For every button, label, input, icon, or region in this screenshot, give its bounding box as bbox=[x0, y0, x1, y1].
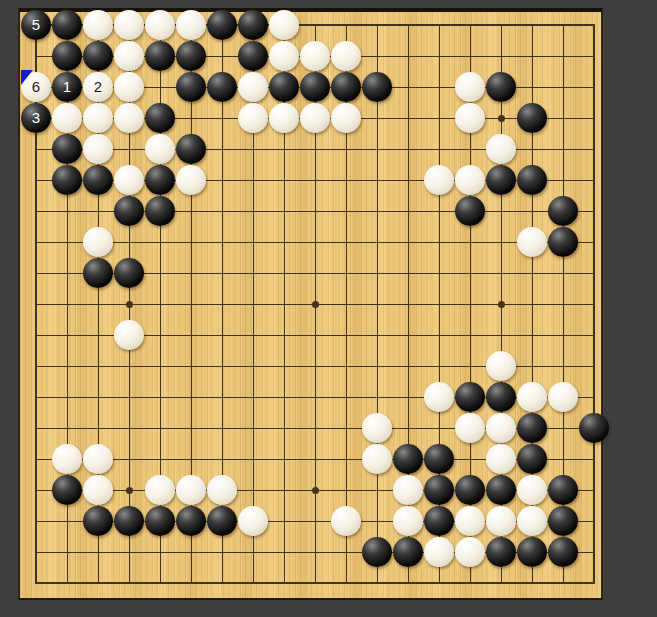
stone-white bbox=[238, 103, 268, 133]
stone-black bbox=[114, 506, 144, 536]
stone-white bbox=[393, 475, 423, 505]
stone-black bbox=[207, 10, 237, 40]
stone-white bbox=[486, 351, 516, 381]
stone-white bbox=[548, 382, 578, 412]
stone-black bbox=[207, 506, 237, 536]
stone-black bbox=[176, 134, 206, 164]
stone-black bbox=[145, 506, 175, 536]
stone-white bbox=[455, 506, 485, 536]
stone-black bbox=[548, 227, 578, 257]
stone-black bbox=[331, 72, 361, 102]
stone-black bbox=[300, 72, 330, 102]
stone-black bbox=[486, 537, 516, 567]
stone-white bbox=[114, 10, 144, 40]
stone-white bbox=[83, 134, 113, 164]
star-point bbox=[498, 115, 505, 122]
stone-white bbox=[269, 41, 299, 71]
star-point bbox=[312, 487, 319, 494]
stone-white bbox=[455, 537, 485, 567]
stone-white bbox=[517, 227, 547, 257]
star-point bbox=[312, 301, 319, 308]
stone-black bbox=[362, 72, 392, 102]
star-point bbox=[498, 301, 505, 308]
stone-white bbox=[83, 444, 113, 474]
stone-black bbox=[362, 537, 392, 567]
stone-black bbox=[424, 506, 454, 536]
stone-white bbox=[331, 103, 361, 133]
star-point bbox=[126, 487, 133, 494]
star-point bbox=[126, 301, 133, 308]
stone-white bbox=[207, 475, 237, 505]
stone-white bbox=[83, 227, 113, 257]
stone-black bbox=[176, 506, 206, 536]
stone-white bbox=[176, 10, 206, 40]
stone-white bbox=[145, 10, 175, 40]
stone-white bbox=[238, 506, 268, 536]
stone-black bbox=[269, 72, 299, 102]
stone-white bbox=[486, 134, 516, 164]
stone-black bbox=[52, 134, 82, 164]
stone-white bbox=[269, 103, 299, 133]
stone-white bbox=[176, 475, 206, 505]
stone-white bbox=[114, 72, 144, 102]
stone-black bbox=[176, 41, 206, 71]
stone-white bbox=[455, 165, 485, 195]
stone-black bbox=[83, 506, 113, 536]
stone-black bbox=[393, 537, 423, 567]
stone-white bbox=[331, 41, 361, 71]
stone-white bbox=[331, 506, 361, 536]
stone-black bbox=[548, 196, 578, 226]
stone-white bbox=[114, 165, 144, 195]
stone-black bbox=[517, 444, 547, 474]
stone-white bbox=[362, 444, 392, 474]
stone-white bbox=[486, 444, 516, 474]
stone-black bbox=[52, 10, 82, 40]
stone-black bbox=[579, 413, 609, 443]
stone-white bbox=[362, 413, 392, 443]
stone-black bbox=[114, 196, 144, 226]
stone-black bbox=[114, 258, 144, 288]
stone-black bbox=[517, 165, 547, 195]
stone-white bbox=[176, 165, 206, 195]
stone-black bbox=[52, 475, 82, 505]
stone-white bbox=[424, 382, 454, 412]
stone-black bbox=[424, 444, 454, 474]
stone-black bbox=[455, 382, 485, 412]
grid-line-horizontal bbox=[35, 582, 595, 584]
stone-white bbox=[517, 475, 547, 505]
stone-white bbox=[145, 134, 175, 164]
stone-white bbox=[455, 72, 485, 102]
stone-black bbox=[145, 41, 175, 71]
stone-black bbox=[548, 506, 578, 536]
stone-black bbox=[145, 103, 175, 133]
stone-black bbox=[207, 72, 237, 102]
stone-white bbox=[486, 506, 516, 536]
stone-black bbox=[455, 196, 485, 226]
stone-black bbox=[238, 10, 268, 40]
stone-black bbox=[517, 537, 547, 567]
stone-black bbox=[83, 165, 113, 195]
stone-white bbox=[486, 413, 516, 443]
stone-white bbox=[517, 506, 547, 536]
stone-black bbox=[176, 72, 206, 102]
stone-black bbox=[548, 475, 578, 505]
stone-black bbox=[52, 165, 82, 195]
stone-black bbox=[455, 475, 485, 505]
grid-line-vertical bbox=[377, 25, 378, 584]
stone-black bbox=[424, 475, 454, 505]
stone-black bbox=[486, 382, 516, 412]
stone-white bbox=[269, 10, 299, 40]
stone-black bbox=[393, 444, 423, 474]
stone-black bbox=[145, 165, 175, 195]
stone-white bbox=[114, 41, 144, 71]
stone-white bbox=[52, 103, 82, 133]
stone-white bbox=[83, 103, 113, 133]
stone-black bbox=[548, 537, 578, 567]
stone-black-move-3: 3 bbox=[21, 103, 51, 133]
stone-white bbox=[300, 103, 330, 133]
stone-white bbox=[455, 103, 485, 133]
stone-black-move-5: 5 bbox=[21, 10, 51, 40]
stone-black bbox=[83, 258, 113, 288]
stone-white bbox=[300, 41, 330, 71]
stone-black bbox=[238, 41, 268, 71]
stone-white bbox=[455, 413, 485, 443]
stone-white bbox=[517, 382, 547, 412]
stone-white bbox=[52, 444, 82, 474]
stone-white bbox=[114, 103, 144, 133]
stone-black bbox=[517, 103, 547, 133]
stone-white bbox=[393, 506, 423, 536]
stone-black bbox=[486, 165, 516, 195]
stone-black bbox=[83, 41, 113, 71]
stone-white bbox=[424, 537, 454, 567]
stone-black bbox=[486, 72, 516, 102]
stone-white bbox=[114, 320, 144, 350]
stone-black-move-1: 1 bbox=[52, 72, 82, 102]
go-board[interactable]: 56123 bbox=[18, 8, 603, 600]
grid-line-vertical bbox=[593, 24, 595, 584]
stone-white bbox=[145, 475, 175, 505]
stone-white bbox=[238, 72, 268, 102]
stone-white bbox=[83, 475, 113, 505]
stone-black bbox=[486, 475, 516, 505]
stone-white bbox=[424, 165, 454, 195]
stone-black bbox=[145, 196, 175, 226]
stone-white-move-2: 2 bbox=[83, 72, 113, 102]
stone-white bbox=[83, 10, 113, 40]
stone-black bbox=[52, 41, 82, 71]
stone-black bbox=[517, 413, 547, 443]
